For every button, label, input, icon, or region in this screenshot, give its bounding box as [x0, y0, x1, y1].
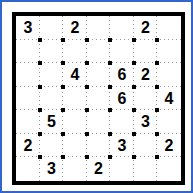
cell-r2c3[interactable] — [63, 40, 87, 63]
cell-r7c6[interactable] — [134, 157, 157, 181]
cell-r6c5[interactable]: 3 — [110, 134, 134, 157]
cell-r5c5[interactable] — [110, 110, 134, 134]
cell-r4c7[interactable]: 4 — [157, 87, 181, 110]
cell-r1c1[interactable]: 3 — [16, 16, 40, 40]
cell-r5c6[interactable]: 3 — [134, 110, 157, 134]
cell-r4c6[interactable] — [134, 87, 157, 110]
cell-r6c2[interactable] — [40, 134, 63, 157]
cell-r2c5[interactable] — [110, 40, 134, 63]
cell-r4c4[interactable] — [87, 87, 110, 110]
cell-r2c6[interactable] — [134, 40, 157, 63]
cell-r3c1[interactable] — [16, 63, 40, 87]
cell-r3c6[interactable]: 2 — [134, 63, 157, 87]
cell-r7c2[interactable]: 3 — [40, 157, 63, 181]
cell-r4c5[interactable]: 6 — [110, 87, 134, 110]
cell-r5c3[interactable] — [63, 110, 87, 134]
cell-r7c5[interactable] — [110, 157, 134, 181]
cell-r2c2[interactable] — [40, 40, 63, 63]
cell-r6c6[interactable] — [134, 134, 157, 157]
cell-r2c7[interactable] — [157, 40, 181, 63]
cell-r1c4[interactable] — [87, 16, 110, 40]
cell-r6c4[interactable] — [87, 134, 110, 157]
cell-r3c7[interactable] — [157, 63, 181, 87]
cell-r7c7[interactable] — [157, 157, 181, 181]
cell-r4c3[interactable] — [63, 87, 87, 110]
cell-r5c1[interactable] — [16, 110, 40, 134]
shikaku-board: 322462645323232 — [12, 12, 185, 185]
cell-r4c1[interactable] — [16, 87, 40, 110]
cell-r7c3[interactable] — [63, 157, 87, 181]
cell-r1c2[interactable] — [40, 16, 63, 40]
cell-r1c3[interactable]: 2 — [63, 16, 87, 40]
cell-r7c1[interactable] — [16, 157, 40, 181]
cell-r1c6[interactable]: 2 — [134, 16, 157, 40]
cell-r3c3[interactable]: 4 — [63, 63, 87, 87]
cell-r2c1[interactable] — [16, 40, 40, 63]
cell-r7c4[interactable]: 2 — [87, 157, 110, 181]
cell-r1c7[interactable] — [157, 16, 181, 40]
cell-r3c4[interactable] — [87, 63, 110, 87]
cell-r3c2[interactable] — [40, 63, 63, 87]
puzzle-frame: 322462645323232 — [0, 0, 193, 193]
cell-r6c1[interactable]: 2 — [16, 134, 40, 157]
cell-r3c5[interactable]: 6 — [110, 63, 134, 87]
cell-r5c2[interactable]: 5 — [40, 110, 63, 134]
cell-r5c7[interactable] — [157, 110, 181, 134]
board-grid: 322462645323232 — [16, 16, 181, 181]
cell-r5c4[interactable] — [87, 110, 110, 134]
cell-r4c2[interactable] — [40, 87, 63, 110]
cell-r1c5[interactable] — [110, 16, 134, 40]
cell-r2c4[interactable] — [87, 40, 110, 63]
cell-r6c7[interactable]: 2 — [157, 134, 181, 157]
cell-r6c3[interactable] — [63, 134, 87, 157]
